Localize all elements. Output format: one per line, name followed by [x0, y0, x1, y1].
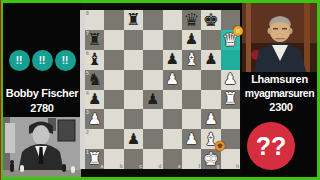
winner-king-badge: ♚ [215, 141, 225, 151]
square-b1[interactable]: b [104, 149, 123, 169]
square-b4[interactable] [104, 90, 123, 110]
myagmarsuren-photo [242, 3, 317, 72]
bobby-fischer-photo [2, 117, 81, 178]
file-label: h [236, 163, 239, 169]
square-g7[interactable] [201, 30, 220, 50]
square-h4[interactable]: ♜ [221, 90, 240, 110]
square-a1[interactable]: 1a♜ [85, 149, 104, 169]
square-c8[interactable]: ♜ [124, 10, 143, 30]
square-c4[interactable] [124, 90, 143, 110]
piece-white-pawn[interactable]: ♟ [88, 112, 101, 127]
rank-label: 2 [86, 129, 89, 135]
square-c5[interactable] [124, 70, 143, 90]
piece-black-pawn[interactable]: ♟ [165, 52, 178, 67]
square-e4[interactable] [163, 90, 182, 110]
square-e5[interactable]: ♟ [163, 70, 182, 90]
square-f8[interactable]: ♛ [182, 10, 201, 30]
square-d8[interactable] [143, 10, 162, 30]
square-f4[interactable] [182, 90, 201, 110]
square-b6[interactable] [104, 50, 123, 70]
square-f2[interactable]: ♟ [182, 129, 201, 149]
square-c7[interactable] [124, 30, 143, 50]
square-d1[interactable]: d [143, 149, 162, 169]
piece-black-knight[interactable]: ♞ [87, 71, 102, 88]
square-f7[interactable]: ♟ [182, 30, 201, 50]
square-a4[interactable]: 4♟ [85, 90, 104, 110]
right-player-panel: Lhamsuren myagmarsuren 2300 ?? [242, 3, 317, 177]
square-g6[interactable]: ♟ [201, 50, 220, 70]
square-h5[interactable]: ♟ [221, 70, 240, 90]
brilliant-move-badge: !! [233, 26, 243, 36]
piece-black-king[interactable]: ♚ [203, 11, 219, 29]
square-a2[interactable]: 2 [85, 129, 104, 149]
square-g4[interactable] [201, 90, 220, 110]
square-b3[interactable] [104, 109, 123, 129]
square-c2[interactable]: ♟ [124, 129, 143, 149]
piece-white-rook[interactable]: ♜ [88, 151, 102, 167]
square-b7[interactable] [104, 30, 123, 50]
piece-black-pawn[interactable]: ♟ [88, 92, 101, 107]
file-label: d [158, 163, 161, 169]
file-label: f [199, 163, 201, 169]
square-e6[interactable]: ♟ [163, 50, 182, 70]
square-e7[interactable] [163, 30, 182, 50]
piece-black-pawn[interactable]: ♟ [127, 132, 140, 147]
black-player-rating: 2300 [242, 101, 320, 114]
square-e2[interactable] [163, 129, 182, 149]
piece-black-rook[interactable]: ♜ [126, 12, 140, 28]
square-g8[interactable]: ♚ [201, 10, 220, 30]
piece-white-pawn[interactable]: ♟ [224, 72, 237, 87]
square-h3[interactable] [221, 109, 240, 129]
square-h1[interactable]: h [221, 149, 240, 169]
square-e3[interactable] [163, 109, 182, 129]
left-red-edge [0, 0, 1, 180]
square-b5[interactable] [104, 70, 123, 90]
square-c6[interactable] [124, 50, 143, 70]
square-b8[interactable] [104, 10, 123, 30]
file-label: e [178, 163, 181, 169]
piece-white-bishop[interactable]: ♝ [184, 51, 199, 68]
rank-label: 8 [86, 10, 89, 16]
square-a6[interactable]: 6♝ [85, 50, 104, 70]
square-c3[interactable] [124, 109, 143, 129]
left-player-panel: !! !! !! Bobby Fischer 2780 [3, 3, 81, 177]
square-f6[interactable]: ♝ [182, 50, 201, 70]
white-player-rating: 2780 [3, 102, 81, 115]
square-g1[interactable]: g♚ [201, 149, 220, 169]
square-d6[interactable] [143, 50, 162, 70]
square-h6[interactable] [221, 50, 240, 70]
square-g3[interactable]: ♟ [201, 109, 220, 129]
piece-white-pawn[interactable]: ♟ [204, 112, 217, 127]
double-exclam-icon: !! [32, 50, 53, 71]
double-exclam-icon: !! [9, 50, 30, 71]
file-label: b [120, 163, 123, 169]
piece-black-pawn[interactable]: ♟ [185, 32, 198, 47]
square-e8[interactable] [163, 10, 182, 30]
piece-black-pawn[interactable]: ♟ [204, 52, 217, 67]
square-d7[interactable] [143, 30, 162, 50]
square-a5[interactable]: 5♞ [85, 70, 104, 90]
square-b2[interactable] [104, 129, 123, 149]
square-c1[interactable]: c [124, 149, 143, 169]
square-f5[interactable] [182, 70, 201, 90]
piece-black-pawn[interactable]: ♟ [146, 92, 159, 107]
double-question-icon: ?? [247, 122, 295, 170]
square-a8[interactable]: 8 [85, 10, 104, 30]
square-g5[interactable] [201, 70, 220, 90]
black-player-name-line1: Lhamsuren [242, 73, 317, 86]
square-d4[interactable]: ♟ [143, 90, 162, 110]
piece-white-rook[interactable]: ♜ [223, 91, 237, 107]
white-player-name: Bobby Fischer [3, 87, 81, 100]
square-d2[interactable] [143, 129, 162, 149]
square-e1[interactable]: e [163, 149, 182, 169]
brilliant-badges-row: !! !! !! [3, 50, 81, 71]
square-a3[interactable]: 3♟ [85, 109, 104, 129]
thumbnail: !! !! !! Bobby Fischer 2780 [0, 0, 320, 180]
square-f3[interactable] [182, 109, 201, 129]
square-d5[interactable] [143, 70, 162, 90]
piece-black-queen[interactable]: ♛ [183, 11, 199, 29]
piece-white-king[interactable]: ♚ [203, 150, 219, 168]
black-player-name-line2: myagmarsuren [242, 87, 317, 100]
piece-black-bishop[interactable]: ♝ [87, 51, 102, 68]
double-exclam-icon: !! [55, 50, 76, 71]
piece-black-rook[interactable]: ♜ [88, 32, 102, 48]
square-a7[interactable]: 7♜ [85, 30, 104, 50]
piece-white-pawn[interactable]: ♟ [165, 72, 178, 87]
file-label: c [139, 163, 142, 169]
piece-white-pawn[interactable]: ♟ [185, 132, 198, 147]
square-f1[interactable]: f [182, 149, 201, 169]
square-d3[interactable] [143, 109, 162, 129]
